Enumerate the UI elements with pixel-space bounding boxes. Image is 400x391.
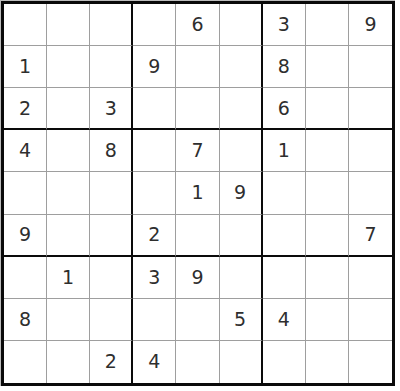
cell-r2c2[interactable]	[47, 46, 90, 88]
cell-r1c6[interactable]	[220, 4, 263, 46]
cell-r4c2[interactable]	[47, 130, 90, 172]
cell-r1c3[interactable]	[90, 4, 133, 46]
cell-r1c2[interactable]	[47, 4, 90, 46]
cell-r8c6[interactable]: 5	[220, 299, 263, 341]
cell-r3c8[interactable]	[306, 88, 349, 130]
cell-r9c7[interactable]	[263, 341, 306, 383]
cell-r3c9[interactable]	[349, 88, 392, 130]
cell-r5c2[interactable]	[47, 172, 90, 214]
cell-r4c9[interactable]	[349, 130, 392, 172]
cell-r8c4[interactable]	[133, 299, 176, 341]
cell-r7c1[interactable]	[4, 257, 47, 299]
cell-r8c1[interactable]: 8	[4, 299, 47, 341]
cell-r8c7[interactable]: 4	[263, 299, 306, 341]
cell-r1c5[interactable]: 6	[176, 4, 219, 46]
cell-r9c8[interactable]	[306, 341, 349, 383]
cell-r3c6[interactable]	[220, 88, 263, 130]
cell-r5c9[interactable]	[349, 172, 392, 214]
cell-r7c9[interactable]	[349, 257, 392, 299]
sudoku-page: 63919823648711992713985424	[0, 0, 400, 391]
cell-r7c2[interactable]: 1	[47, 257, 90, 299]
cell-r6c5[interactable]	[176, 215, 219, 257]
cell-r4c6[interactable]	[220, 130, 263, 172]
cell-r2c1[interactable]: 1	[4, 46, 47, 88]
cell-r3c2[interactable]	[47, 88, 90, 130]
cell-r7c5[interactable]: 9	[176, 257, 219, 299]
cell-r9c2[interactable]	[47, 341, 90, 383]
cell-r9c4[interactable]: 4	[133, 341, 176, 383]
cell-r1c9[interactable]: 9	[349, 4, 392, 46]
sudoku-board: 63919823648711992713985424	[1, 1, 395, 386]
cell-r9c1[interactable]	[4, 341, 47, 383]
cell-r3c7[interactable]: 6	[263, 88, 306, 130]
cell-r1c4[interactable]	[133, 4, 176, 46]
cell-r6c2[interactable]	[47, 215, 90, 257]
cell-r2c9[interactable]	[349, 46, 392, 88]
cell-r6c8[interactable]	[306, 215, 349, 257]
cell-r4c1[interactable]: 4	[4, 130, 47, 172]
cell-r4c3[interactable]: 8	[90, 130, 133, 172]
cell-r9c5[interactable]	[176, 341, 219, 383]
cell-r5c6[interactable]: 9	[220, 172, 263, 214]
cell-r9c3[interactable]: 2	[90, 341, 133, 383]
cell-r9c9[interactable]	[349, 341, 392, 383]
cell-r4c8[interactable]	[306, 130, 349, 172]
cell-r2c3[interactable]	[90, 46, 133, 88]
cell-r7c4[interactable]: 3	[133, 257, 176, 299]
cell-r5c5[interactable]: 1	[176, 172, 219, 214]
cell-r2c6[interactable]	[220, 46, 263, 88]
cell-r3c1[interactable]: 2	[4, 88, 47, 130]
cell-r5c3[interactable]	[90, 172, 133, 214]
cell-r4c7[interactable]: 1	[263, 130, 306, 172]
cell-r2c4[interactable]: 9	[133, 46, 176, 88]
cell-r8c8[interactable]	[306, 299, 349, 341]
cell-r1c7[interactable]: 3	[263, 4, 306, 46]
cell-r7c8[interactable]	[306, 257, 349, 299]
cell-r7c6[interactable]	[220, 257, 263, 299]
cell-r6c7[interactable]	[263, 215, 306, 257]
cell-r8c2[interactable]	[47, 299, 90, 341]
cell-r1c8[interactable]	[306, 4, 349, 46]
cell-r5c8[interactable]	[306, 172, 349, 214]
cell-r2c7[interactable]: 8	[263, 46, 306, 88]
cell-r5c7[interactable]	[263, 172, 306, 214]
cell-r3c3[interactable]: 3	[90, 88, 133, 130]
cell-r2c8[interactable]	[306, 46, 349, 88]
cell-r4c5[interactable]: 7	[176, 130, 219, 172]
cell-r4c4[interactable]	[133, 130, 176, 172]
cell-r6c6[interactable]	[220, 215, 263, 257]
cell-r8c5[interactable]	[176, 299, 219, 341]
cell-r5c1[interactable]	[4, 172, 47, 214]
cell-r2c5[interactable]	[176, 46, 219, 88]
cell-r6c3[interactable]	[90, 215, 133, 257]
cell-r6c9[interactable]: 7	[349, 215, 392, 257]
cell-r8c3[interactable]	[90, 299, 133, 341]
cell-r3c5[interactable]	[176, 88, 219, 130]
cell-r8c9[interactable]	[349, 299, 392, 341]
cell-r7c3[interactable]	[90, 257, 133, 299]
cell-r9c6[interactable]	[220, 341, 263, 383]
cell-r5c4[interactable]	[133, 172, 176, 214]
cell-r6c1[interactable]: 9	[4, 215, 47, 257]
cell-r7c7[interactable]	[263, 257, 306, 299]
cell-r6c4[interactable]: 2	[133, 215, 176, 257]
cell-r3c4[interactable]	[133, 88, 176, 130]
cell-r1c1[interactable]	[4, 4, 47, 46]
